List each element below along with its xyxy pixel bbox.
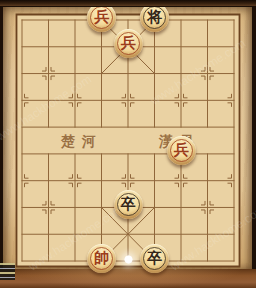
piece-character: 将 <box>147 9 162 24</box>
piece-black-soldier[interactable]: 卒 <box>140 244 169 273</box>
xiangqi-game-screen: 楚河 漢界 兵将兵兵卒帥卒 www.hackhome.com www.hackh… <box>0 0 256 288</box>
piece-character: 卒 <box>121 196 136 211</box>
piece-black-soldier[interactable]: 卒 <box>114 190 143 219</box>
piece-character: 兵 <box>94 9 109 24</box>
hackhome-logo-watermark <box>0 263 15 280</box>
piece-character: 兵 <box>121 36 136 51</box>
piece-character: 卒 <box>147 250 162 265</box>
bottom-table-edge <box>0 269 256 288</box>
piece-red-general[interactable]: 帥 <box>87 244 116 273</box>
move-hint-dot[interactable] <box>124 255 133 264</box>
river-label-chu: 楚河 <box>61 133 103 151</box>
piece-red-soldier[interactable]: 兵 <box>114 29 143 58</box>
piece-red-soldier[interactable]: 兵 <box>167 136 196 165</box>
piece-character: 兵 <box>174 143 189 158</box>
top-frame-bar <box>0 0 256 7</box>
piece-character: 帥 <box>94 250 109 265</box>
